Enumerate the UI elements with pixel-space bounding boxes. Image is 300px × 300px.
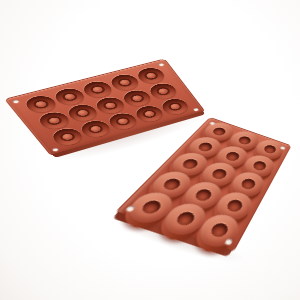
dome-crater [239,177,257,190]
dome-crater [225,198,245,213]
dome-crater [138,199,163,216]
cavity-center-post [157,88,169,95]
dome-crater [196,141,214,152]
dome-crater [236,135,252,146]
dome-crater [251,159,267,171]
donut-cavity [48,126,85,148]
dome-crater [180,157,200,170]
silicone-mold-bottom-view [114,117,292,253]
dome-crater [210,126,227,136]
cavity-center-post [169,103,181,110]
cavity-center-post [130,95,142,102]
cavity-center-post [91,86,104,93]
cavity-center-post [76,109,89,117]
product-photo-stage [0,0,300,300]
dome-crater [193,187,214,202]
cavity-center-post [118,79,131,86]
cavity-center-post [63,93,76,101]
cavity-center-post [145,72,157,79]
cavity-center-post [34,101,48,109]
donut-cavity [77,119,113,140]
dome-crater [209,167,228,180]
donut-cavity [132,104,166,124]
cavity-center-post [60,133,73,141]
dome-grid [116,118,290,252]
dome-crater [224,150,241,162]
silicone-mold-top-view [4,59,206,157]
donut-cavity [158,97,191,117]
cavity-center-post [143,110,155,117]
donut-cavity [105,111,140,132]
dome-crater [161,176,183,191]
dome-crater [208,221,230,238]
cavity-center-post [47,117,61,125]
dome-crater [262,144,277,155]
cavity-center-post [89,125,102,133]
cavity-center-post [116,118,129,125]
dome-crater [173,210,196,227]
cavity-center-post [104,102,117,109]
